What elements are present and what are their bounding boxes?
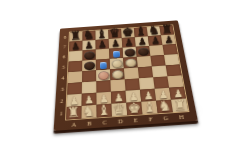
checker-dark [84,61,95,70]
square-e3[interactable] [125,78,140,90]
square-e2[interactable]: ♟ [125,90,141,103]
file-label-D: D [112,117,128,127]
rank-label-4: 4 [58,72,68,84]
square-d8[interactable]: ♛ [108,29,121,39]
white-bishop: ♝ [97,103,111,118]
checker-light [125,58,137,67]
square-b2[interactable]: ♟ [82,93,97,106]
square-e1[interactable]: ♚ [126,102,142,116]
square-b6[interactable] [82,50,96,61]
checker-dark [84,51,95,60]
square-a1[interactable]: ♜ [66,106,81,120]
file-label-G: G [157,114,174,124]
square-h6[interactable] [162,44,177,55]
white-knight: ♞ [82,104,96,119]
square-f8[interactable]: ♝ [134,27,148,37]
square-d5[interactable] [110,58,124,69]
board-grid: ♜♞♝♛♚♝♞♜♟♟♟♟♟♟♟♟♟♟♟♟♟♟♟♟♜♞♝♛♚♝♞♜ [66,25,188,119]
white-bishop: ♝ [143,99,157,114]
square-d1[interactable]: ♛ [111,103,127,117]
square-f2[interactable]: ♟ [140,89,156,102]
file-label-F: F [143,115,159,124]
square-h3[interactable] [167,75,183,87]
square-h2[interactable]: ♟ [169,87,186,100]
square-h1[interactable]: ♜ [171,99,188,113]
square-f1[interactable]: ♝ [141,101,157,115]
square-b4[interactable] [82,70,96,82]
white-rook: ♜ [67,105,81,120]
white-king: ♚ [128,100,142,115]
checker-dark [137,47,149,56]
square-c1[interactable]: ♝ [97,104,112,118]
file-label-C: C [97,118,113,128]
square-d2[interactable]: ♟ [111,91,126,104]
checker-tan [98,71,109,80]
square-a4[interactable] [68,71,82,83]
checker-light [112,70,124,79]
white-knight: ♞ [158,98,172,113]
square-d4[interactable] [110,68,125,80]
rank-label-6: 6 [59,52,68,63]
square-h4[interactable] [166,64,182,76]
file-label-B: B [82,119,97,129]
rank-label-3: 3 [57,83,67,95]
square-b1[interactable]: ♞ [81,105,96,119]
chess-board: 87654321 ABCDEFGH ♜♞♝♛♚♝♞♜♟♟♟♟♟♟♟♟♟♟♟♟♟♟… [54,20,198,131]
file-label-A: A [66,120,82,130]
square-c2[interactable]: ♟ [96,92,111,105]
square-b5[interactable] [82,60,96,72]
checker-dark [124,48,135,57]
square-d6[interactable] [109,48,123,59]
rank-label-5: 5 [59,62,68,73]
square-a2[interactable]: ♟ [67,94,82,107]
file-label-H: H [173,112,190,121]
rank-label-1: 1 [56,107,66,120]
rank-label-2: 2 [57,95,67,108]
die-blue [112,51,119,58]
square-f4[interactable] [138,66,153,78]
checker-light [111,59,122,68]
die-blue [99,62,106,69]
white-queen: ♛ [112,102,126,117]
product-photo: 87654321 ABCDEFGH ♜♞♝♛♚♝♞♜♟♟♟♟♟♟♟♟♟♟♟♟♟♟… [0,0,240,150]
square-g1[interactable]: ♞ [156,100,173,114]
file-label-E: E [128,116,144,125]
white-rook: ♜ [173,97,187,112]
board-scene: 87654321 ABCDEFGH ♜♞♝♛♚♝♞♜♟♟♟♟♟♟♟♟♟♟♟♟♟♟… [57,5,187,135]
